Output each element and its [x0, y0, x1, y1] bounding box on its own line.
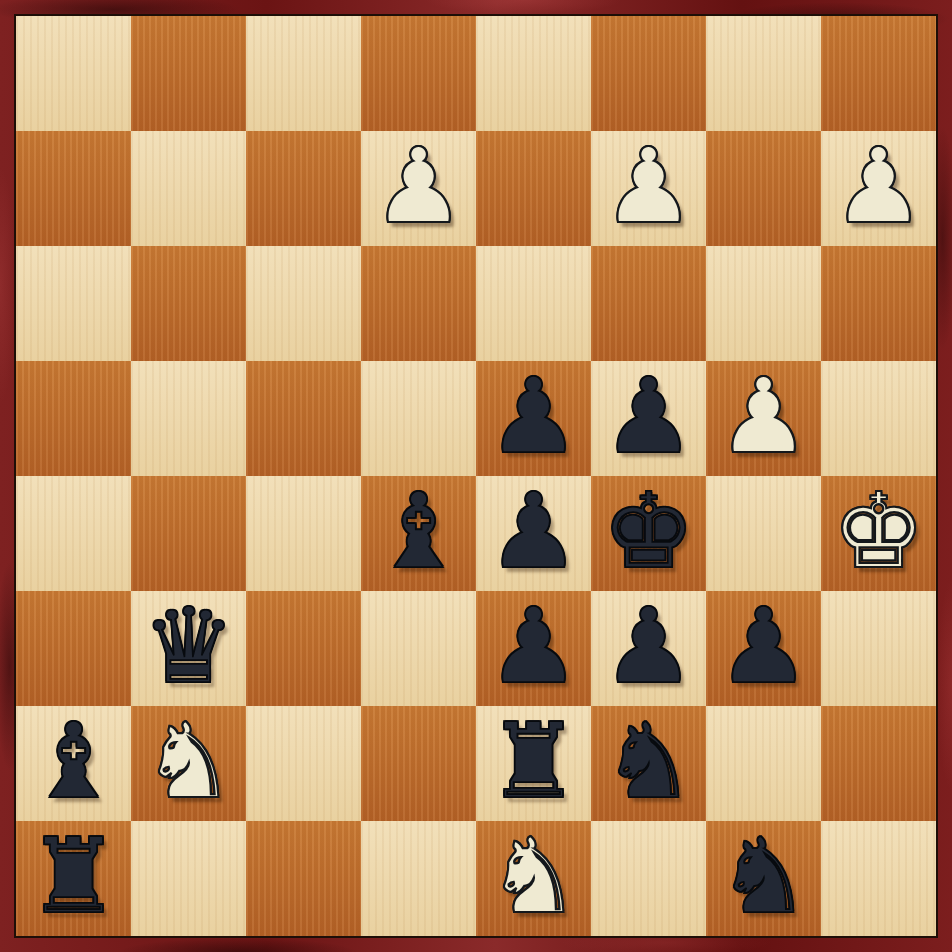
square-g1[interactable]: ♞	[706, 821, 821, 936]
black-knight-g1[interactable]: ♞	[717, 824, 810, 928]
square-g7[interactable]	[706, 131, 821, 246]
square-b6[interactable]	[131, 246, 246, 361]
square-f3[interactable]: ♟	[591, 591, 706, 706]
square-b1[interactable]	[131, 821, 246, 936]
square-f1[interactable]	[591, 821, 706, 936]
square-h5[interactable]	[821, 361, 936, 476]
black-king-f4[interactable]: ♚	[602, 479, 695, 583]
chess-board: ♟♟♟♟♟♟♝♟♚♚♛♟♟♟♝♞♜♞♜♞♞	[14, 14, 938, 938]
square-h3[interactable]	[821, 591, 936, 706]
square-g2[interactable]	[706, 706, 821, 821]
square-d3[interactable]	[361, 591, 476, 706]
square-g4[interactable]	[706, 476, 821, 591]
square-c5[interactable]	[246, 361, 361, 476]
black-pawn-g3[interactable]: ♟	[717, 594, 810, 698]
square-e6[interactable]	[476, 246, 591, 361]
square-c8[interactable]	[246, 16, 361, 131]
square-d7[interactable]: ♟	[361, 131, 476, 246]
square-g5[interactable]: ♟	[706, 361, 821, 476]
square-e5[interactable]: ♟	[476, 361, 591, 476]
square-e8[interactable]	[476, 16, 591, 131]
square-d6[interactable]	[361, 246, 476, 361]
square-a7[interactable]	[16, 131, 131, 246]
square-b5[interactable]	[131, 361, 246, 476]
black-bishop-a2[interactable]: ♝	[27, 709, 120, 813]
square-f5[interactable]: ♟	[591, 361, 706, 476]
square-b7[interactable]	[131, 131, 246, 246]
square-h8[interactable]	[821, 16, 936, 131]
square-h6[interactable]	[821, 246, 936, 361]
square-b3[interactable]: ♛	[131, 591, 246, 706]
black-knight-f2[interactable]: ♞	[602, 709, 695, 813]
square-a8[interactable]	[16, 16, 131, 131]
square-g6[interactable]	[706, 246, 821, 361]
black-pawn-e3[interactable]: ♟	[487, 594, 580, 698]
square-a3[interactable]	[16, 591, 131, 706]
square-c7[interactable]	[246, 131, 361, 246]
white-pawn-d7[interactable]: ♟	[372, 134, 465, 238]
square-b2[interactable]: ♞	[131, 706, 246, 821]
square-c4[interactable]	[246, 476, 361, 591]
square-f6[interactable]	[591, 246, 706, 361]
square-f2[interactable]: ♞	[591, 706, 706, 821]
square-g8[interactable]	[706, 16, 821, 131]
square-d2[interactable]	[361, 706, 476, 821]
black-pawn-f3[interactable]: ♟	[602, 594, 695, 698]
square-b4[interactable]	[131, 476, 246, 591]
square-h4[interactable]: ♚	[821, 476, 936, 591]
white-king-h4[interactable]: ♚	[832, 479, 925, 583]
black-queen-b3[interactable]: ♛	[142, 594, 235, 698]
square-g3[interactable]: ♟	[706, 591, 821, 706]
black-bishop-d4[interactable]: ♝	[372, 479, 465, 583]
square-d1[interactable]	[361, 821, 476, 936]
square-c2[interactable]	[246, 706, 361, 821]
square-h2[interactable]	[821, 706, 936, 821]
square-f8[interactable]	[591, 16, 706, 131]
square-b8[interactable]	[131, 16, 246, 131]
square-a6[interactable]	[16, 246, 131, 361]
black-pawn-e4[interactable]: ♟	[487, 479, 580, 583]
white-pawn-f7[interactable]: ♟	[602, 134, 695, 238]
square-a5[interactable]	[16, 361, 131, 476]
chessboard-app: ♟♟♟♟♟♟♝♟♚♚♛♟♟♟♝♞♜♞♜♞♞	[0, 0, 952, 952]
square-e4[interactable]: ♟	[476, 476, 591, 591]
square-a1[interactable]: ♜	[16, 821, 131, 936]
square-d4[interactable]: ♝	[361, 476, 476, 591]
square-f4[interactable]: ♚	[591, 476, 706, 591]
square-d5[interactable]	[361, 361, 476, 476]
black-pawn-f5[interactable]: ♟	[602, 364, 695, 468]
square-e2[interactable]: ♜	[476, 706, 591, 821]
white-knight-b2[interactable]: ♞	[142, 709, 235, 813]
white-pawn-g5[interactable]: ♟	[717, 364, 810, 468]
square-h1[interactable]	[821, 821, 936, 936]
white-knight-e1[interactable]: ♞	[487, 824, 580, 928]
black-rook-e2[interactable]: ♜	[487, 709, 580, 813]
square-e1[interactable]: ♞	[476, 821, 591, 936]
square-d8[interactable]	[361, 16, 476, 131]
square-f7[interactable]: ♟	[591, 131, 706, 246]
square-e7[interactable]	[476, 131, 591, 246]
square-h7[interactable]: ♟	[821, 131, 936, 246]
black-rook-a1[interactable]: ♜	[27, 824, 120, 928]
square-a2[interactable]: ♝	[16, 706, 131, 821]
square-a4[interactable]	[16, 476, 131, 591]
square-c3[interactable]	[246, 591, 361, 706]
white-pawn-h7[interactable]: ♟	[832, 134, 925, 238]
square-c1[interactable]	[246, 821, 361, 936]
square-e3[interactable]: ♟	[476, 591, 591, 706]
black-pawn-e5[interactable]: ♟	[487, 364, 580, 468]
square-c6[interactable]	[246, 246, 361, 361]
